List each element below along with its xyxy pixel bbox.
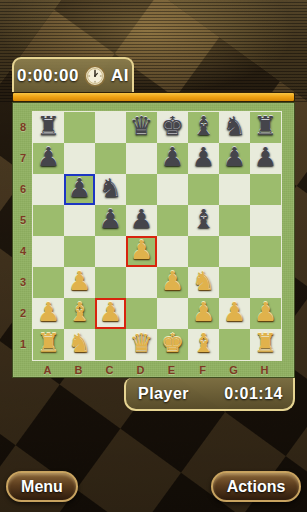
piece-black-bishop: ♝	[192, 204, 215, 235]
square-e5[interactable]	[157, 205, 188, 236]
square-b1[interactable]: ♞	[64, 329, 95, 360]
chess-board-panel: 87654321 ♜♛♚♝♞♜♟♟♟♟♟♟♞♟♟♝♟♟♟♞♟♝♟♟♟♟♜♞♛♚♝…	[12, 102, 295, 378]
square-g8[interactable]: ♞	[219, 112, 250, 143]
piece-white-pawn: ♟	[99, 297, 122, 328]
square-f1[interactable]: ♝	[188, 329, 219, 360]
square-d5[interactable]: ♟	[126, 205, 157, 236]
piece-white-bishop: ♝	[68, 297, 91, 328]
piece-white-king: ♚	[161, 328, 184, 359]
app-screen: 0:00:00 AI 87654321 ♜♛♚♝♞♜♟♟♟♟♟♟♞♟♟♝♟♟♟♞…	[0, 0, 307, 512]
piece-black-pawn: ♟	[192, 142, 215, 173]
square-g3[interactable]	[219, 267, 250, 298]
file-label-d: D	[125, 362, 156, 377]
square-a3[interactable]	[33, 267, 64, 298]
player-name-label: Player	[138, 385, 189, 403]
piece-white-pawn: ♟	[68, 266, 91, 297]
square-e1[interactable]: ♚	[157, 329, 188, 360]
square-c4[interactable]	[95, 236, 126, 267]
clock-icon	[84, 65, 106, 87]
piece-white-queen: ♛	[130, 328, 153, 359]
square-b6[interactable]: ♟	[64, 174, 95, 205]
square-f3[interactable]: ♞	[188, 267, 219, 298]
square-b3[interactable]: ♟	[64, 267, 95, 298]
piece-black-bishop: ♝	[192, 111, 215, 142]
rank-label-3: 3	[15, 266, 31, 297]
square-c2[interactable]: ♟	[95, 298, 126, 329]
square-e6[interactable]	[157, 174, 188, 205]
square-a4[interactable]	[33, 236, 64, 267]
piece-black-pawn: ♟	[161, 142, 184, 173]
piece-white-rook: ♜	[254, 328, 277, 359]
file-label-a: A	[32, 362, 63, 377]
piece-white-knight: ♞	[68, 328, 91, 359]
square-d2[interactable]	[126, 298, 157, 329]
square-f7[interactable]: ♟	[188, 143, 219, 174]
rank-label-7: 7	[15, 142, 31, 173]
square-g4[interactable]	[219, 236, 250, 267]
square-f8[interactable]: ♝	[188, 112, 219, 143]
piece-black-pawn: ♟	[37, 142, 60, 173]
square-c7[interactable]	[95, 143, 126, 174]
square-d6[interactable]	[126, 174, 157, 205]
piece-black-pawn: ♟	[130, 204, 153, 235]
piece-black-rook: ♜	[37, 111, 60, 142]
square-c3[interactable]	[95, 267, 126, 298]
piece-white-pawn: ♟	[161, 266, 184, 297]
piece-white-pawn: ♟	[223, 297, 246, 328]
square-d1[interactable]: ♛	[126, 329, 157, 360]
square-g6[interactable]	[219, 174, 250, 205]
square-f4[interactable]	[188, 236, 219, 267]
square-d8[interactable]: ♛	[126, 112, 157, 143]
piece-white-pawn: ♟	[130, 235, 153, 266]
piece-black-king: ♚	[161, 111, 184, 142]
piece-white-knight: ♞	[192, 266, 215, 297]
rank-label-4: 4	[15, 235, 31, 266]
rank-labels: 87654321	[15, 111, 31, 359]
rank-label-1: 1	[15, 328, 31, 359]
square-f5[interactable]: ♝	[188, 205, 219, 236]
square-a5[interactable]	[33, 205, 64, 236]
square-g2[interactable]: ♟	[219, 298, 250, 329]
square-g1[interactable]	[219, 329, 250, 360]
square-d3[interactable]	[126, 267, 157, 298]
square-a8[interactable]: ♜	[33, 112, 64, 143]
square-h1[interactable]: ♜	[250, 329, 281, 360]
square-a2[interactable]: ♟	[33, 298, 64, 329]
piece-white-pawn: ♟	[192, 297, 215, 328]
square-e7[interactable]: ♟	[157, 143, 188, 174]
square-e4[interactable]	[157, 236, 188, 267]
square-h6[interactable]	[250, 174, 281, 205]
square-b4[interactable]	[64, 236, 95, 267]
square-a6[interactable]	[33, 174, 64, 205]
square-h2[interactable]: ♟	[250, 298, 281, 329]
piece-white-bishop: ♝	[192, 328, 215, 359]
piece-black-rook: ♜	[254, 111, 277, 142]
player-timer-tab: Player 0:01:14	[124, 378, 295, 411]
piece-white-rook: ♜	[37, 328, 60, 359]
opponent-name-label: AI	[111, 66, 129, 86]
square-h4[interactable]	[250, 236, 281, 267]
piece-black-pawn: ♟	[99, 204, 122, 235]
piece-black-knight: ♞	[223, 111, 246, 142]
square-e3[interactable]: ♟	[157, 267, 188, 298]
square-h5[interactable]	[250, 205, 281, 236]
square-h3[interactable]	[250, 267, 281, 298]
piece-white-pawn: ♟	[254, 297, 277, 328]
square-f2[interactable]: ♟	[188, 298, 219, 329]
piece-black-pawn: ♟	[254, 142, 277, 173]
square-d4[interactable]: ♟	[126, 236, 157, 267]
file-label-c: C	[94, 362, 125, 377]
file-label-f: F	[187, 362, 218, 377]
square-e8[interactable]: ♚	[157, 112, 188, 143]
opponent-timer-value: 0:00:00	[17, 66, 79, 86]
square-b8[interactable]	[64, 112, 95, 143]
square-b5[interactable]	[64, 205, 95, 236]
square-c8[interactable]	[95, 112, 126, 143]
file-labels: ABCDEFGH	[32, 362, 280, 377]
square-h8[interactable]: ♜	[250, 112, 281, 143]
square-h7[interactable]: ♟	[250, 143, 281, 174]
board-top-accent-bar	[12, 92, 295, 102]
piece-white-pawn: ♟	[37, 297, 60, 328]
square-b7[interactable]	[64, 143, 95, 174]
player-timer-value: 0:01:14	[224, 385, 283, 403]
rank-label-5: 5	[15, 204, 31, 235]
file-label-e: E	[156, 362, 187, 377]
rank-label-2: 2	[15, 297, 31, 328]
rank-label-8: 8	[15, 111, 31, 142]
rank-label-6: 6	[15, 173, 31, 204]
square-b2[interactable]: ♝	[64, 298, 95, 329]
file-label-b: B	[63, 362, 94, 377]
square-c6[interactable]: ♞	[95, 174, 126, 205]
piece-black-pawn: ♟	[223, 142, 246, 173]
piece-black-knight: ♞	[99, 173, 122, 204]
square-g5[interactable]	[219, 205, 250, 236]
square-a7[interactable]: ♟	[33, 143, 64, 174]
piece-black-pawn: ♟	[68, 173, 91, 204]
actions-button[interactable]: Actions	[211, 471, 301, 502]
square-e2[interactable]	[157, 298, 188, 329]
piece-black-queen: ♛	[130, 111, 153, 142]
file-label-h: H	[249, 362, 280, 377]
square-c1[interactable]	[95, 329, 126, 360]
square-a1[interactable]: ♜	[33, 329, 64, 360]
square-f6[interactable]	[188, 174, 219, 205]
chess-board[interactable]: ♜♛♚♝♞♜♟♟♟♟♟♟♞♟♟♝♟♟♟♞♟♝♟♟♟♟♜♞♛♚♝♜	[32, 111, 282, 361]
file-label-g: G	[218, 362, 249, 377]
opponent-timer-tab: 0:00:00 AI	[12, 57, 134, 92]
menu-button[interactable]: Menu	[6, 471, 78, 502]
square-c5[interactable]: ♟	[95, 205, 126, 236]
square-d7[interactable]	[126, 143, 157, 174]
square-g7[interactable]: ♟	[219, 143, 250, 174]
